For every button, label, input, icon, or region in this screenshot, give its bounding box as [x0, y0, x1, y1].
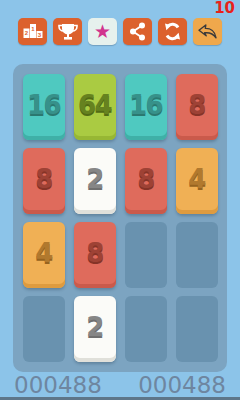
score-bar: 000488 000488	[0, 373, 240, 397]
tile-4: 4	[176, 148, 218, 214]
tile-8: 8	[74, 222, 116, 288]
star-icon: ★	[94, 22, 111, 41]
score-right: 000488	[138, 372, 226, 398]
tile-16: 16	[125, 74, 167, 140]
tile-8: 8	[23, 148, 65, 214]
toolbar: 1 2 3 ★	[18, 18, 222, 45]
empty-cell	[176, 296, 218, 362]
share-button[interactable]	[123, 18, 152, 45]
leaderboard-button[interactable]: 1 2 3	[18, 18, 47, 45]
game-screen: 10 1 2 3 ★	[0, 0, 240, 400]
rate-button[interactable]: ★	[88, 18, 117, 45]
restart-button[interactable]	[158, 18, 187, 45]
tile-2: 2	[74, 296, 116, 362]
tile-8: 8	[125, 148, 167, 214]
podium-icon: 1 2 3	[22, 22, 44, 41]
tile-2: 2	[74, 148, 116, 214]
tile-64: 64	[74, 74, 116, 140]
board[interactable]: 16641688284482	[13, 64, 227, 372]
empty-cell	[125, 222, 167, 288]
empty-cell	[125, 296, 167, 362]
undo-arrow-icon	[196, 22, 219, 41]
score-left: 000488	[14, 372, 102, 398]
undo-counter: 10	[214, 0, 235, 17]
tile-4: 4	[23, 222, 65, 288]
undo-button[interactable]	[193, 18, 222, 45]
tile-8: 8	[176, 74, 218, 140]
trophy-icon	[57, 22, 79, 42]
empty-cell	[176, 222, 218, 288]
share-icon	[127, 21, 148, 42]
tile-16: 16	[23, 74, 65, 140]
empty-cell	[23, 296, 65, 362]
achievements-button[interactable]	[53, 18, 82, 45]
refresh-icon	[162, 21, 183, 42]
